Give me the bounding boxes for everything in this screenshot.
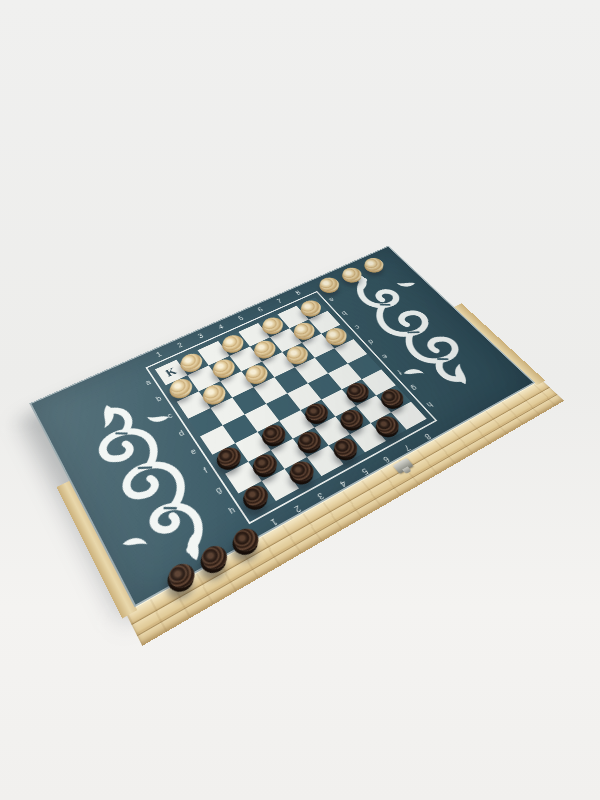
- game-box: 12345678 12345678 abcdefgh abcdefgh K: [29, 246, 535, 608]
